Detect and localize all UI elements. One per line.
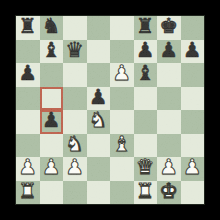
square-c3[interactable]: ♞	[63, 134, 87, 158]
square-f4[interactable]	[134, 110, 158, 134]
square-a4[interactable]	[16, 110, 40, 134]
square-b7[interactable]: ♝	[40, 40, 64, 64]
square-h1[interactable]	[181, 181, 205, 205]
piece-black-bishop[interactable]: ♝	[40, 39, 64, 63]
square-f5[interactable]	[134, 87, 158, 111]
piece-black-pawn[interactable]: ♟	[16, 62, 40, 86]
square-g2[interactable]: ♟	[157, 157, 181, 181]
square-e2[interactable]	[110, 157, 134, 181]
square-g5[interactable]	[157, 87, 181, 111]
square-b3[interactable]	[40, 134, 64, 158]
square-e5[interactable]	[110, 87, 134, 111]
piece-white-knight[interactable]: ♞	[63, 133, 87, 157]
piece-white-rook[interactable]: ♜	[16, 180, 40, 204]
piece-white-king[interactable]: ♚	[157, 180, 181, 204]
square-a5[interactable]	[16, 87, 40, 111]
square-b1[interactable]	[40, 181, 64, 205]
square-c6[interactable]	[63, 63, 87, 87]
square-e4[interactable]	[110, 110, 134, 134]
square-d5[interactable]: ♟	[87, 87, 111, 111]
square-h3[interactable]	[181, 134, 205, 158]
square-d3[interactable]	[87, 134, 111, 158]
square-e3[interactable]: ♝	[110, 134, 134, 158]
piece-white-pawn[interactable]: ♟	[157, 156, 181, 180]
square-f7[interactable]: ♟	[134, 40, 158, 64]
square-b2[interactable]: ♟	[40, 157, 64, 181]
square-e6[interactable]: ♟	[110, 63, 134, 87]
square-h6[interactable]	[181, 63, 205, 87]
square-e1[interactable]	[110, 181, 134, 205]
square-g4[interactable]	[157, 110, 181, 134]
piece-black-bishop[interactable]: ♝	[134, 62, 158, 86]
chess-board: ♜♞♜♚♝♛♟♟♟♟♟♝♟♟♞♞♝♟♟♟♛♟♟♜♜♚	[16, 16, 204, 204]
square-h8[interactable]	[181, 16, 205, 40]
piece-white-pawn[interactable]: ♟	[40, 156, 64, 180]
square-c1[interactable]	[63, 181, 87, 205]
square-e8[interactable]	[110, 16, 134, 40]
piece-black-pawn[interactable]: ♟	[181, 39, 205, 63]
square-f3[interactable]	[134, 134, 158, 158]
square-c4[interactable]	[63, 110, 87, 134]
piece-black-king[interactable]: ♚	[157, 15, 181, 39]
piece-black-queen[interactable]: ♛	[63, 39, 87, 63]
square-h4[interactable]	[181, 110, 205, 134]
square-d6[interactable]	[87, 63, 111, 87]
square-c8[interactable]	[63, 16, 87, 40]
square-d2[interactable]	[87, 157, 111, 181]
piece-white-pawn[interactable]: ♟	[16, 156, 40, 180]
app-window: ♜♞♜♚♝♛♟♟♟♟♟♝♟♟♞♞♝♟♟♟♛♟♟♜♜♚	[0, 0, 220, 220]
piece-black-pawn[interactable]: ♟	[40, 109, 64, 133]
square-c5[interactable]	[63, 87, 87, 111]
square-d8[interactable]	[87, 16, 111, 40]
piece-white-pawn[interactable]: ♟	[63, 156, 87, 180]
piece-black-pawn[interactable]: ♟	[134, 39, 158, 63]
square-g8[interactable]: ♚	[157, 16, 181, 40]
square-f2[interactable]: ♛	[134, 157, 158, 181]
piece-black-rook[interactable]: ♜	[16, 15, 40, 39]
square-d1[interactable]	[87, 181, 111, 205]
square-b8[interactable]: ♞	[40, 16, 64, 40]
square-b4[interactable]: ♟	[40, 110, 64, 134]
square-g7[interactable]: ♟	[157, 40, 181, 64]
square-a1[interactable]: ♜	[16, 181, 40, 205]
square-h2[interactable]: ♟	[181, 157, 205, 181]
square-f1[interactable]: ♜	[134, 181, 158, 205]
square-a6[interactable]: ♟	[16, 63, 40, 87]
square-e7[interactable]	[110, 40, 134, 64]
square-b5[interactable]	[40, 87, 64, 111]
square-a3[interactable]	[16, 134, 40, 158]
square-a8[interactable]: ♜	[16, 16, 40, 40]
square-g6[interactable]	[157, 63, 181, 87]
piece-black-pawn[interactable]: ♟	[157, 39, 181, 63]
piece-black-rook[interactable]: ♜	[134, 15, 158, 39]
piece-black-pawn[interactable]: ♟	[87, 86, 111, 110]
square-h7[interactable]: ♟	[181, 40, 205, 64]
piece-white-knight[interactable]: ♞	[87, 109, 111, 133]
square-f6[interactable]: ♝	[134, 63, 158, 87]
piece-white-pawn[interactable]: ♟	[181, 156, 205, 180]
piece-white-pawn[interactable]: ♟	[110, 62, 134, 86]
square-c7[interactable]: ♛	[63, 40, 87, 64]
square-g1[interactable]: ♚	[157, 181, 181, 205]
piece-white-queen[interactable]: ♛	[134, 156, 158, 180]
square-g3[interactable]	[157, 134, 181, 158]
square-h5[interactable]	[181, 87, 205, 111]
square-a2[interactable]: ♟	[16, 157, 40, 181]
piece-white-bishop[interactable]: ♝	[110, 133, 134, 157]
square-d4[interactable]: ♞	[87, 110, 111, 134]
piece-white-rook[interactable]: ♜	[134, 180, 158, 204]
piece-black-knight[interactable]: ♞	[40, 15, 64, 39]
square-d7[interactable]	[87, 40, 111, 64]
square-b6[interactable]	[40, 63, 64, 87]
square-f8[interactable]: ♜	[134, 16, 158, 40]
square-a7[interactable]	[16, 40, 40, 64]
square-c2[interactable]: ♟	[63, 157, 87, 181]
